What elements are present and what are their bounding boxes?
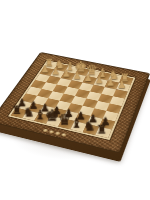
- product-photo: ♜♞♝♚♛♝♞♜♟♟♟♟♟♟♟♟♟♟♟♟♟♟♟♟♜♞♝♚♛♝♞♜: [0, 0, 150, 200]
- medallion-dot: [61, 133, 67, 137]
- medallion-dot: [43, 129, 49, 133]
- chess-board: ♜♞♝♚♛♝♞♜♟♟♟♟♟♟♟♟♟♟♟♟♟♟♟♟♜♞♝♚♛♝♞♜: [0, 53, 149, 152]
- board-grid: ♜♞♝♚♛♝♞♜♟♟♟♟♟♟♟♟♟♟♟♟♟♟♟♟♜♞♝♚♛♝♞♜: [8, 60, 135, 140]
- black-rook-a8: ♜: [88, 124, 117, 136]
- medallion-dot: [55, 132, 61, 136]
- white-pawn-a2: ♟: [109, 80, 135, 90]
- square-a8: ♜: [95, 127, 111, 138]
- medallion-dot: [49, 130, 55, 134]
- board-scene: ♜♞♝♚♛♝♞♜♟♟♟♟♟♟♟♟♟♟♟♟♟♟♟♟♜♞♝♚♛♝♞♜: [0, 0, 150, 200]
